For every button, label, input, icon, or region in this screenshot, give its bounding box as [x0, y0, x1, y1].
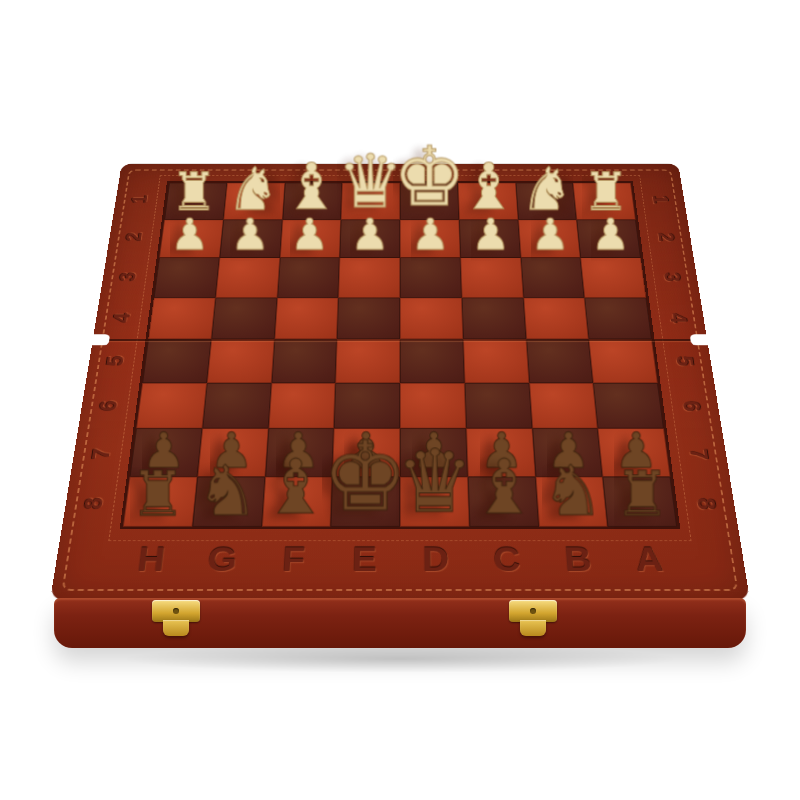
square-e3[interactable]	[338, 258, 400, 298]
black-bishop-f8[interactable]: ♝	[262, 450, 329, 525]
square-d8[interactable]: ♛	[400, 476, 469, 526]
square-c3[interactable]	[460, 258, 523, 298]
rank-label-5: 5	[654, 340, 715, 383]
rank-label-4: 4	[92, 297, 151, 338]
square-c5[interactable]	[463, 339, 529, 383]
file-label-B: B	[540, 528, 617, 593]
black-queen-d8[interactable]: ♛	[396, 438, 474, 525]
square-d5[interactable]	[400, 339, 464, 383]
white-pawn-c2[interactable]: ♟	[471, 213, 510, 257]
square-g5[interactable]	[207, 339, 274, 383]
square-f3[interactable]	[277, 258, 340, 298]
square-e2[interactable]: ♟	[340, 219, 400, 257]
square-a3[interactable]	[581, 258, 647, 298]
ground-shadow	[120, 645, 680, 673]
black-rook-a8[interactable]: ♜	[615, 463, 670, 525]
rank-label-3: 3	[643, 257, 701, 296]
square-b4[interactable]	[523, 297, 589, 339]
hinge-notch-left	[89, 334, 110, 345]
rank-label-6: 6	[660, 384, 722, 429]
rank-label-2: 2	[106, 218, 162, 256]
white-pawn-h2[interactable]: ♟	[170, 213, 209, 257]
rank-label-1: 1	[112, 181, 167, 217]
clasp-hasp	[520, 620, 546, 636]
white-pawn-a2[interactable]: ♟	[591, 213, 630, 257]
file-label-C: C	[470, 528, 544, 593]
case-front-panel	[54, 598, 746, 648]
square-c4[interactable]	[462, 297, 526, 339]
square-b8[interactable]: ♞	[535, 476, 608, 526]
chess-case-top: ♜♞♝♛♚♝♞♜♟♟♟♟♟♟♟♟♟♟♟♟♟♟♟♟♜♞♝♚♛♝♞♜ 1234567…	[50, 164, 750, 600]
white-king-d1[interactable]: ♚	[393, 136, 467, 218]
rank-label-7: 7	[666, 430, 730, 478]
square-d2[interactable]: ♟	[400, 219, 460, 257]
square-h3[interactable]	[154, 258, 220, 298]
rank-label-1: 1	[632, 181, 687, 217]
file-label-F: F	[255, 528, 329, 593]
clasp-keyhole	[530, 608, 536, 614]
square-a8[interactable]: ♜	[603, 476, 677, 526]
square-e8[interactable]: ♚	[331, 476, 400, 526]
white-pawn-b2[interactable]: ♟	[531, 213, 570, 257]
square-g4[interactable]	[211, 297, 277, 339]
clasp-hasp	[163, 620, 189, 636]
square-h4[interactable]	[148, 297, 215, 339]
clasp-keyhole	[173, 608, 179, 614]
square-b5[interactable]	[526, 339, 593, 383]
square-f2[interactable]: ♟	[280, 219, 341, 257]
black-knight-b8[interactable]: ♞	[542, 456, 604, 525]
file-labels: HGFEDCBA	[111, 528, 689, 593]
file-label-E: E	[328, 528, 400, 593]
product-photo-scene: ♜♞♝♛♚♝♞♜♟♟♟♟♟♟♟♟♟♟♟♟♟♟♟♟♜♞♝♚♛♝♞♜ 1234567…	[0, 0, 800, 800]
rank-label-3: 3	[99, 257, 157, 296]
square-d4[interactable]	[400, 297, 463, 339]
white-pawn-d2[interactable]: ♟	[411, 213, 450, 257]
chess-board: ♜♞♝♛♚♝♞♜♟♟♟♟♟♟♟♟♟♟♟♟♟♟♟♟♜♞♝♚♛♝♞♜	[120, 181, 681, 529]
square-g8[interactable]: ♞	[192, 476, 265, 526]
file-label-H: H	[111, 528, 190, 593]
clasp-left[interactable]	[152, 600, 200, 642]
file-label-A: A	[610, 528, 689, 593]
square-h2[interactable]: ♟	[159, 219, 223, 257]
white-pawn-f2[interactable]: ♟	[290, 213, 329, 257]
square-f4[interactable]	[274, 297, 338, 339]
file-label-G: G	[183, 528, 260, 593]
square-a5[interactable]	[589, 339, 658, 383]
square-g2[interactable]: ♟	[219, 219, 282, 257]
clasp-right[interactable]	[509, 600, 557, 642]
rank-label-2: 2	[637, 218, 693, 256]
square-b3[interactable]	[520, 258, 584, 298]
file-label-D: D	[400, 528, 472, 593]
rank-label-7: 7	[70, 430, 134, 478]
square-c2[interactable]: ♟	[459, 219, 520, 257]
square-h8[interactable]: ♜	[123, 476, 197, 526]
white-pawn-e2[interactable]: ♟	[350, 213, 389, 257]
black-bishop-c8[interactable]: ♝	[470, 450, 537, 525]
square-a2[interactable]: ♟	[577, 219, 641, 257]
square-e4[interactable]	[337, 297, 400, 339]
white-pawn-g2[interactable]: ♟	[230, 213, 269, 257]
black-rook-h8[interactable]: ♜	[130, 463, 185, 525]
square-c8[interactable]: ♝	[468, 476, 539, 526]
square-e5[interactable]	[336, 339, 400, 383]
rank-label-6: 6	[78, 384, 140, 429]
square-d3[interactable]	[400, 258, 462, 298]
square-h5[interactable]	[142, 339, 211, 383]
rank-label-8: 8	[61, 479, 127, 529]
square-g3[interactable]	[215, 258, 279, 298]
square-f5[interactable]	[271, 339, 337, 383]
black-knight-g8[interactable]: ♞	[196, 456, 258, 525]
rank-label-5: 5	[85, 340, 146, 383]
square-b2[interactable]: ♟	[518, 219, 581, 257]
rank-label-4: 4	[648, 297, 707, 338]
hinge-notch-right	[690, 334, 711, 345]
square-a4[interactable]	[585, 297, 652, 339]
rank-label-8: 8	[673, 479, 739, 529]
